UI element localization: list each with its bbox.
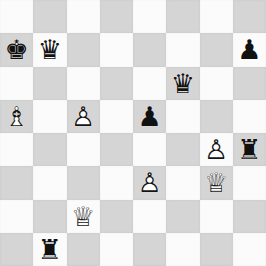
square-b4[interactable]	[33, 133, 66, 166]
piece-white-pawn[interactable]: ♟♙	[200, 133, 233, 166]
square-g8[interactable]	[200, 0, 233, 33]
square-e3[interactable]: ♟♙	[133, 166, 166, 199]
square-e8[interactable]	[133, 0, 166, 33]
square-g1[interactable]	[200, 233, 233, 266]
white-piece-outline-layer: ♗	[0, 100, 33, 133]
white-piece-outline-layer: ♙	[67, 100, 100, 133]
black-piece-glyph: ♛	[166, 67, 199, 100]
square-h7[interactable]: ♟	[233, 33, 266, 66]
square-g4[interactable]: ♟♙	[200, 133, 233, 166]
square-b7[interactable]: ♛	[33, 33, 66, 66]
square-c8[interactable]	[67, 0, 100, 33]
piece-white-queen[interactable]: ♛♕	[200, 166, 233, 199]
square-b5[interactable]	[33, 100, 66, 133]
black-piece-glyph: ♛	[33, 33, 66, 66]
square-d7[interactable]	[100, 33, 133, 66]
square-c1[interactable]	[67, 233, 100, 266]
square-h1[interactable]	[233, 233, 266, 266]
square-d4[interactable]	[100, 133, 133, 166]
piece-white-bishop[interactable]: ♝♗	[0, 100, 33, 133]
piece-black-queen[interactable]: ♛	[33, 33, 66, 66]
square-c7[interactable]	[67, 33, 100, 66]
white-piece-outline-layer: ♕	[200, 166, 233, 199]
black-piece-glyph: ♟	[233, 33, 266, 66]
piece-black-pawn[interactable]: ♟	[133, 100, 166, 133]
piece-white-queen[interactable]: ♛♕	[67, 200, 100, 233]
square-d8[interactable]	[100, 0, 133, 33]
square-d2[interactable]	[100, 200, 133, 233]
square-h5[interactable]	[233, 100, 266, 133]
square-d3[interactable]	[100, 166, 133, 199]
square-b3[interactable]	[33, 166, 66, 199]
square-g6[interactable]	[200, 67, 233, 100]
square-a1[interactable]	[0, 233, 33, 266]
piece-black-king[interactable]: ♚	[0, 33, 33, 66]
piece-black-rook[interactable]: ♜	[33, 233, 66, 266]
square-a5[interactable]: ♝♗	[0, 100, 33, 133]
square-a4[interactable]	[0, 133, 33, 166]
piece-white-pawn[interactable]: ♟♙	[67, 100, 100, 133]
square-f8[interactable]	[166, 0, 199, 33]
square-f7[interactable]	[166, 33, 199, 66]
square-e2[interactable]	[133, 200, 166, 233]
square-e6[interactable]	[133, 67, 166, 100]
square-c3[interactable]	[67, 166, 100, 199]
square-f6[interactable]: ♛	[166, 67, 199, 100]
square-a6[interactable]	[0, 67, 33, 100]
white-piece-outline-layer: ♕	[67, 200, 100, 233]
black-piece-glyph: ♟	[133, 100, 166, 133]
square-f4[interactable]	[166, 133, 199, 166]
square-c5[interactable]: ♟♙	[67, 100, 100, 133]
square-g7[interactable]	[200, 33, 233, 66]
square-e1[interactable]	[133, 233, 166, 266]
square-h4[interactable]: ♜	[233, 133, 266, 166]
square-d5[interactable]	[100, 100, 133, 133]
square-h2[interactable]	[233, 200, 266, 233]
square-a7[interactable]: ♚	[0, 33, 33, 66]
square-f5[interactable]	[166, 100, 199, 133]
black-piece-glyph: ♜	[33, 233, 66, 266]
square-h3[interactable]	[233, 166, 266, 199]
square-a2[interactable]	[0, 200, 33, 233]
square-a8[interactable]	[0, 0, 33, 33]
square-c2[interactable]: ♛♕	[67, 200, 100, 233]
black-piece-glyph: ♚	[0, 33, 33, 66]
square-b8[interactable]	[33, 0, 66, 33]
square-f3[interactable]	[166, 166, 199, 199]
square-g3[interactable]: ♛♕	[200, 166, 233, 199]
square-a3[interactable]	[0, 166, 33, 199]
square-b1[interactable]: ♜	[33, 233, 66, 266]
square-d1[interactable]	[100, 233, 133, 266]
square-e7[interactable]	[133, 33, 166, 66]
square-c6[interactable]	[67, 67, 100, 100]
piece-black-rook[interactable]: ♜	[233, 133, 266, 166]
square-c4[interactable]	[67, 133, 100, 166]
white-piece-outline-layer: ♙	[133, 166, 166, 199]
piece-black-queen[interactable]: ♛	[166, 67, 199, 100]
square-g2[interactable]	[200, 200, 233, 233]
square-h6[interactable]	[233, 67, 266, 100]
square-f2[interactable]	[166, 200, 199, 233]
square-f1[interactable]	[166, 233, 199, 266]
chess-board-container: ♚♛♟♛♝♗♟♙♟♟♙♜♟♙♛♕♛♕♜	[0, 0, 266, 266]
square-b6[interactable]	[33, 67, 66, 100]
piece-white-pawn[interactable]: ♟♙	[133, 166, 166, 199]
square-h8[interactable]	[233, 0, 266, 33]
square-g5[interactable]	[200, 100, 233, 133]
square-e5[interactable]: ♟	[133, 100, 166, 133]
black-piece-glyph: ♜	[233, 133, 266, 166]
square-b2[interactable]	[33, 200, 66, 233]
square-d6[interactable]	[100, 67, 133, 100]
chess-board: ♚♛♟♛♝♗♟♙♟♟♙♜♟♙♛♕♛♕♜	[0, 0, 266, 266]
white-piece-outline-layer: ♙	[200, 133, 233, 166]
square-e4[interactable]	[133, 133, 166, 166]
piece-black-pawn[interactable]: ♟	[233, 33, 266, 66]
